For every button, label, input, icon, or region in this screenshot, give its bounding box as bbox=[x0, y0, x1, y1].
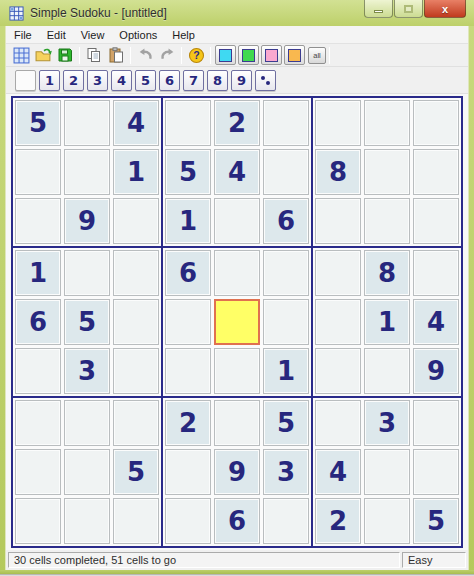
new-grid-button[interactable] bbox=[10, 45, 32, 66]
cell-r4c9[interactable] bbox=[413, 250, 459, 296]
filter-all-label: all bbox=[313, 51, 321, 60]
number-bar: 123456789 bbox=[6, 67, 468, 94]
undo-icon bbox=[137, 47, 154, 64]
cell-r3c4[interactable]: 1 bbox=[165, 198, 211, 244]
cell-r8c4[interactable] bbox=[165, 449, 211, 495]
difficulty-badge: Easy bbox=[402, 552, 466, 568]
open-button[interactable] bbox=[32, 45, 54, 66]
cell-r5c7[interactable] bbox=[315, 299, 361, 345]
cell-r7c5[interactable] bbox=[214, 400, 260, 446]
cell-r9c9[interactable]: 5 bbox=[413, 498, 459, 544]
cell-r1c7[interactable] bbox=[315, 100, 361, 146]
cell-r8c8[interactable] bbox=[364, 449, 410, 495]
menu-item-help[interactable]: Help bbox=[172, 29, 195, 41]
cell-r5c9[interactable]: 4 bbox=[413, 299, 459, 345]
cell-r2c1[interactable] bbox=[15, 149, 61, 195]
digit-button-2[interactable]: 2 bbox=[63, 70, 84, 91]
cell-r7c6[interactable]: 5 bbox=[263, 400, 309, 446]
close-button[interactable]: x bbox=[424, 0, 466, 18]
filter-orange-button[interactable] bbox=[284, 45, 305, 65]
toolbar-separator bbox=[79, 47, 80, 64]
cell-r6c3[interactable] bbox=[113, 348, 159, 394]
cell-r5c2[interactable]: 5 bbox=[64, 299, 110, 345]
cell-r9c8[interactable] bbox=[364, 498, 410, 544]
cell-r4c2[interactable] bbox=[64, 250, 110, 296]
cell-r9c5[interactable]: 6 bbox=[214, 498, 260, 544]
digit-button-6[interactable]: 6 bbox=[159, 70, 180, 91]
dot-icon bbox=[261, 76, 265, 80]
window-body: FileEditViewOptionsHelp bbox=[0, 26, 474, 570]
cell-r7c7[interactable] bbox=[315, 400, 361, 446]
toolbar-separator bbox=[130, 47, 131, 64]
erase-button[interactable] bbox=[15, 70, 36, 91]
cell-r9c4[interactable] bbox=[165, 498, 211, 544]
dot-icon bbox=[266, 81, 270, 85]
cell-r7c9[interactable] bbox=[413, 400, 459, 446]
svg-text:?: ? bbox=[193, 49, 199, 61]
filter-green-button[interactable] bbox=[238, 45, 259, 65]
cell-r7c1[interactable] bbox=[15, 400, 61, 446]
cell-r3c9[interactable] bbox=[413, 198, 459, 244]
help-button[interactable]: ? bbox=[185, 45, 207, 66]
digit-button-4[interactable]: 4 bbox=[111, 70, 132, 91]
sudoku-box-9: 3425 bbox=[312, 397, 462, 547]
cell-r7c8[interactable]: 3 bbox=[364, 400, 410, 446]
cyan-swatch-icon bbox=[219, 49, 232, 62]
cell-r4c6[interactable] bbox=[263, 250, 309, 296]
cell-r4c5[interactable] bbox=[214, 250, 260, 296]
sudoku-box-6: 8149 bbox=[312, 247, 462, 397]
window-title: Simple Sudoku - [untitled] bbox=[30, 6, 167, 20]
digit-button-7[interactable]: 7 bbox=[183, 70, 204, 91]
cell-r7c4[interactable]: 2 bbox=[165, 400, 211, 446]
cell-r2c3[interactable]: 1 bbox=[113, 149, 159, 195]
cell-r9c6[interactable] bbox=[263, 498, 309, 544]
cell-r2c2[interactable] bbox=[64, 149, 110, 195]
cell-r5c6[interactable] bbox=[263, 299, 309, 345]
cell-r9c1[interactable] bbox=[15, 498, 61, 544]
sudoku-box-8: 25936 bbox=[162, 397, 312, 547]
cell-r5c4[interactable] bbox=[165, 299, 211, 345]
menu-item-view[interactable]: View bbox=[81, 29, 105, 41]
cell-r8c7[interactable]: 4 bbox=[315, 449, 361, 495]
cell-r5c3[interactable] bbox=[113, 299, 159, 345]
cell-r3c3[interactable] bbox=[113, 198, 159, 244]
digit-button-9[interactable]: 9 bbox=[231, 70, 252, 91]
sudoku-box-3: 8 bbox=[312, 97, 462, 247]
cell-r4c8[interactable]: 8 bbox=[364, 250, 410, 296]
cell-r1c4[interactable] bbox=[165, 100, 211, 146]
digit-button-5[interactable]: 5 bbox=[135, 70, 156, 91]
cell-r2c9[interactable] bbox=[413, 149, 459, 195]
maximize-button[interactable] bbox=[394, 0, 423, 18]
cell-r3c7[interactable] bbox=[315, 198, 361, 244]
copy-button[interactable] bbox=[83, 45, 105, 66]
minimize-button[interactable] bbox=[364, 0, 393, 18]
cell-r2c8[interactable] bbox=[364, 149, 410, 195]
save-floppy-icon bbox=[57, 47, 73, 63]
paste-clipboard-icon bbox=[108, 47, 124, 63]
digit-button-3[interactable]: 3 bbox=[87, 70, 108, 91]
copy-icon bbox=[86, 47, 102, 63]
cell-r8c2[interactable] bbox=[64, 449, 110, 495]
cell-r1c6[interactable] bbox=[263, 100, 309, 146]
cell-r8c1[interactable] bbox=[15, 449, 61, 495]
toolbar-separator bbox=[210, 47, 211, 64]
minimize-icon bbox=[374, 10, 383, 13]
paste-button[interactable] bbox=[105, 45, 127, 66]
filter-pink-button[interactable] bbox=[261, 45, 282, 65]
pink-swatch-icon bbox=[265, 49, 278, 62]
sudoku-box-2: 25416 bbox=[162, 97, 312, 247]
cell-r6c8[interactable] bbox=[364, 348, 410, 394]
app-grid-icon bbox=[9, 6, 24, 21]
digit-button-8[interactable]: 8 bbox=[207, 70, 228, 91]
cell-r9c3[interactable] bbox=[113, 498, 159, 544]
cell-r8c3[interactable]: 5 bbox=[113, 449, 159, 495]
toolbar-separator bbox=[181, 47, 182, 64]
cell-r1c8[interactable] bbox=[364, 100, 410, 146]
cell-r1c9[interactable] bbox=[413, 100, 459, 146]
cell-r6c1[interactable] bbox=[15, 348, 61, 394]
open-folder-icon bbox=[35, 47, 52, 64]
sudoku-box-7: 5 bbox=[12, 397, 162, 547]
cell-r8c6[interactable]: 3 bbox=[263, 449, 309, 495]
filter-cyan-button[interactable] bbox=[215, 45, 236, 65]
cell-r6c6[interactable]: 1 bbox=[263, 348, 309, 394]
cell-r3c1[interactable] bbox=[15, 198, 61, 244]
sudoku-box-4: 1653 bbox=[12, 247, 162, 397]
title-bar: Simple Sudoku - [untitled] x bbox=[0, 0, 474, 26]
cell-r3c5[interactable] bbox=[214, 198, 260, 244]
redo-button[interactable] bbox=[156, 45, 178, 66]
cell-r4c1[interactable]: 1 bbox=[15, 250, 61, 296]
filter-all-button[interactable]: all bbox=[308, 47, 326, 64]
status-message: 30 cells completed, 51 cells to go bbox=[8, 552, 400, 568]
cell-r8c9[interactable] bbox=[413, 449, 459, 495]
cell-r3c8[interactable] bbox=[364, 198, 410, 244]
toolbar: ? all bbox=[6, 44, 468, 67]
toolbar-separator bbox=[329, 47, 330, 64]
digit-button-1[interactable]: 1 bbox=[39, 70, 60, 91]
app-window: Simple Sudoku - [untitled] x FileEditVie… bbox=[0, 0, 474, 576]
sudoku-board: 541925416816536181495259363425 bbox=[11, 96, 463, 548]
caption-buttons: x bbox=[363, 0, 466, 18]
cell-r2c4[interactable]: 5 bbox=[165, 149, 211, 195]
cell-r7c3[interactable] bbox=[113, 400, 159, 446]
cell-r7c2[interactable] bbox=[64, 400, 110, 446]
cell-r5c1[interactable]: 6 bbox=[15, 299, 61, 345]
cell-r4c4[interactable]: 6 bbox=[165, 250, 211, 296]
undo-button[interactable] bbox=[134, 45, 156, 66]
menu-bar: FileEditViewOptionsHelp bbox=[6, 26, 468, 44]
sudoku-box-5: 61 bbox=[162, 247, 312, 397]
status-bar: 30 cells completed, 51 cells to go Easy bbox=[6, 550, 468, 570]
help-icon: ? bbox=[188, 47, 205, 64]
cell-r5c5[interactable] bbox=[214, 299, 260, 345]
menu-item-options[interactable]: Options bbox=[119, 29, 157, 41]
cell-r6c7[interactable] bbox=[315, 348, 361, 394]
cell-r3c6[interactable]: 6 bbox=[263, 198, 309, 244]
cell-r6c2[interactable]: 3 bbox=[64, 348, 110, 394]
menu-item-file[interactable]: File bbox=[14, 29, 32, 41]
cell-r1c3[interactable]: 4 bbox=[113, 100, 159, 146]
cell-r6c9[interactable]: 9 bbox=[413, 348, 459, 394]
cell-r1c2[interactable] bbox=[64, 100, 110, 146]
redo-icon bbox=[159, 47, 176, 64]
menu-item-edit[interactable]: Edit bbox=[47, 29, 66, 41]
cell-r6c4[interactable] bbox=[165, 348, 211, 394]
orange-swatch-icon bbox=[288, 49, 301, 62]
cell-r8c5[interactable]: 9 bbox=[214, 449, 260, 495]
save-button[interactable] bbox=[54, 45, 76, 66]
cell-r3c2[interactable]: 9 bbox=[64, 198, 110, 244]
cell-r2c5[interactable]: 4 bbox=[214, 149, 260, 195]
maximize-icon bbox=[404, 5, 413, 13]
cell-r5c8[interactable]: 1 bbox=[364, 299, 410, 345]
cell-r9c2[interactable] bbox=[64, 498, 110, 544]
sudoku-box-1: 5419 bbox=[12, 97, 162, 247]
candidates-button[interactable] bbox=[255, 70, 276, 91]
cell-r1c1[interactable]: 5 bbox=[15, 100, 61, 146]
cell-r4c7[interactable] bbox=[315, 250, 361, 296]
cell-r9c7[interactable]: 2 bbox=[315, 498, 361, 544]
cell-r4c3[interactable] bbox=[113, 250, 159, 296]
cell-r2c6[interactable] bbox=[263, 149, 309, 195]
green-swatch-icon bbox=[242, 49, 255, 62]
close-icon: x bbox=[442, 3, 448, 15]
cell-r2c7[interactable]: 8 bbox=[315, 149, 361, 195]
board-area: 541925416816536181495259363425 bbox=[6, 94, 468, 550]
cell-r1c5[interactable]: 2 bbox=[214, 100, 260, 146]
cell-r6c5[interactable] bbox=[214, 348, 260, 394]
grid-icon bbox=[13, 47, 30, 64]
